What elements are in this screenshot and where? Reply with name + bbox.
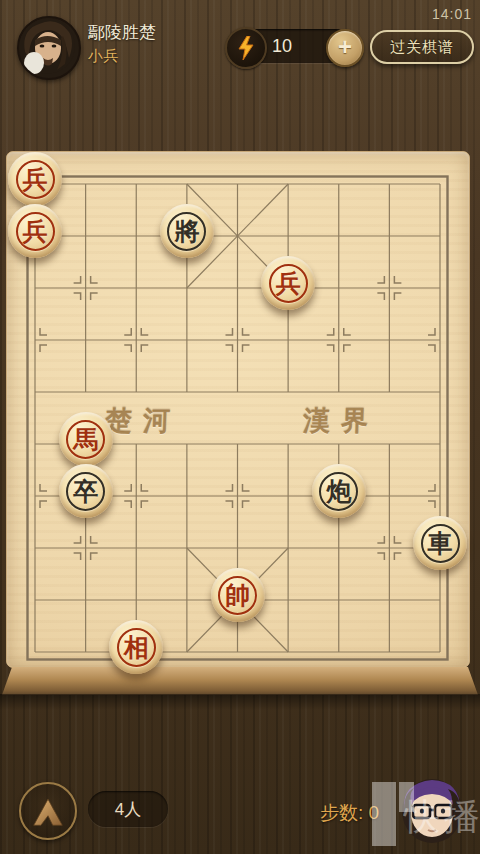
piece-character: 將: [174, 219, 199, 244]
river-label-right: 漢界: [285, 403, 396, 439]
piece-red-兵[interactable]: 兵: [8, 152, 62, 206]
piece-black-炮[interactable]: 炮: [312, 464, 366, 518]
piece-character: 馬: [73, 427, 98, 452]
piece-red-馬[interactable]: 馬: [59, 412, 113, 466]
piece-ring: 兵: [269, 264, 308, 303]
level-records-button[interactable]: 过关棋谱: [370, 30, 474, 64]
piece-ring: 車: [421, 524, 460, 563]
piece-ring: 兵: [16, 212, 55, 251]
mountain-up-icon: [29, 793, 67, 829]
piece-ring: 相: [117, 628, 156, 667]
add-energy-button[interactable]: +: [326, 29, 364, 67]
piece-character: 車: [428, 531, 453, 556]
opponent-avatar[interactable]: [398, 775, 466, 845]
lightning-icon: [225, 27, 267, 69]
piece-ring: 帥: [218, 576, 257, 615]
piece-red-兵[interactable]: 兵: [8, 204, 62, 258]
piece-character: 兵: [276, 271, 301, 296]
piece-character: 卒: [73, 479, 98, 504]
expand-menu-button[interactable]: [19, 782, 77, 840]
piece-black-車[interactable]: 車: [413, 516, 467, 570]
piece-black-將[interactable]: 將: [160, 204, 214, 258]
piece-ring: 兵: [16, 160, 55, 199]
step-counter: 步数: 0: [320, 800, 379, 826]
players-count-pill[interactable]: 4人: [88, 791, 168, 827]
board-front-edge: [2, 667, 478, 695]
piece-ring: 馬: [66, 420, 105, 459]
piece-character: 炮: [326, 479, 351, 504]
energy-value: 10: [272, 36, 292, 57]
app-screen: 楚河 漢界 兵兵將兵馬卒炮車帥相 14:01 鄢陵胜楚 小兵 10 + 过关棋谱: [0, 0, 480, 854]
player-rank: 小兵: [88, 47, 118, 66]
piece-red-帥[interactable]: 帥: [211, 568, 265, 622]
piece-ring: 卒: [66, 472, 105, 511]
glasses-man-portrait-icon: [398, 775, 466, 845]
player-avatar[interactable]: [17, 16, 81, 80]
piece-black-卒[interactable]: 卒: [59, 464, 113, 518]
board-shadow: [0, 694, 480, 710]
piece-character: 帥: [225, 583, 250, 608]
piece-ring: 炮: [319, 472, 358, 511]
piece-red-相[interactable]: 相: [109, 620, 163, 674]
piece-character: 兵: [23, 167, 48, 192]
piece-red-兵[interactable]: 兵: [261, 256, 315, 310]
plus-icon: +: [338, 35, 352, 59]
piece-character: 相: [124, 635, 149, 660]
clock-time: 14:01: [432, 6, 472, 22]
stern-man-portrait-icon: [19, 18, 75, 74]
piece-character: 兵: [23, 219, 48, 244]
piece-ring: 將: [167, 212, 206, 251]
player-name: 鄢陵胜楚: [88, 21, 156, 44]
